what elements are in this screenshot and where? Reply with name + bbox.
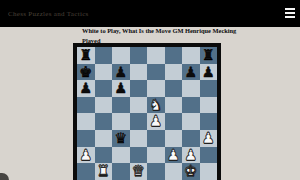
square-e5: ♞ — [147, 97, 165, 114]
black-pawn-c7: ♟ — [114, 64, 127, 81]
white-rook-b1: ♜ — [97, 163, 110, 180]
white-pawn-e4: ♟ — [149, 113, 162, 130]
square-h5 — [200, 97, 218, 114]
square-h4 — [200, 113, 218, 130]
square-h3: ♟ — [200, 130, 218, 147]
square-e7 — [147, 64, 165, 81]
square-g8 — [182, 47, 200, 64]
square-a6: ♟ — [77, 80, 95, 97]
hamburger-menu-icon[interactable] — [285, 8, 296, 18]
black-queen-c3: ♛ — [114, 130, 127, 147]
square-c1 — [112, 163, 130, 180]
square-d5 — [130, 97, 148, 114]
square-c7: ♟ — [112, 64, 130, 81]
square-a8: ♜ — [77, 47, 95, 64]
square-d8 — [130, 47, 148, 64]
square-d2 — [130, 147, 148, 164]
square-f6 — [165, 80, 183, 97]
white-pawn-g2: ♟ — [184, 147, 197, 164]
black-pawn-h7: ♟ — [202, 64, 215, 81]
square-d3 — [130, 130, 148, 147]
square-b8 — [95, 47, 113, 64]
square-b1: ♜ — [95, 163, 113, 180]
white-pawn-a2: ♟ — [79, 147, 92, 164]
square-h6 — [200, 80, 218, 97]
black-rook-a8: ♜ — [79, 47, 92, 64]
square-g6 — [182, 80, 200, 97]
square-d6 — [130, 80, 148, 97]
square-a5 — [77, 97, 95, 114]
square-g5 — [182, 97, 200, 114]
square-c3: ♛ — [112, 130, 130, 147]
white-queen-d1: ♛ — [132, 163, 145, 180]
square-a1 — [77, 163, 95, 180]
square-e3 — [147, 130, 165, 147]
square-e2 — [147, 147, 165, 164]
square-g1: ♚ — [182, 163, 200, 180]
square-h7: ♟ — [200, 64, 218, 81]
black-pawn-g7: ♟ — [184, 64, 197, 81]
square-c8 — [112, 47, 130, 64]
chess-board: ♜♜♚♟♟♟♟♟♞♟♛♟♟♟♟♜♛♚ — [77, 47, 217, 180]
square-g2: ♟ — [182, 147, 200, 164]
black-pawn-a6: ♟ — [79, 80, 92, 97]
white-king-g1: ♚ — [184, 163, 197, 180]
black-rook-h8: ♜ — [202, 47, 215, 64]
square-h8: ♜ — [200, 47, 218, 64]
square-b3 — [95, 130, 113, 147]
square-d7 — [130, 64, 148, 81]
hamburger-bar — [285, 16, 295, 18]
square-f2: ♟ — [165, 147, 183, 164]
square-h2 — [200, 147, 218, 164]
square-g3 — [182, 130, 200, 147]
square-h1 — [200, 163, 218, 180]
white-knight-e5: ♞ — [149, 97, 162, 114]
square-a7: ♚ — [77, 64, 95, 81]
square-g4 — [182, 113, 200, 130]
square-c4 — [112, 113, 130, 130]
square-f5 — [165, 97, 183, 114]
square-d4 — [130, 113, 148, 130]
square-e6 — [147, 80, 165, 97]
square-e4: ♟ — [147, 113, 165, 130]
site-title-link[interactable]: Chess Puzzles and Tactics — [8, 10, 89, 18]
square-f3 — [165, 130, 183, 147]
page-corner-artifact — [0, 173, 9, 180]
chess-board-frame: ♜♜♚♟♟♟♟♟♞♟♛♟♟♟♟♜♛♚ — [73, 43, 221, 180]
square-b5 — [95, 97, 113, 114]
white-pawn-h3: ♟ — [202, 130, 215, 147]
square-a3 — [77, 130, 95, 147]
square-b2 — [95, 147, 113, 164]
square-g7: ♟ — [182, 64, 200, 81]
square-c5 — [112, 97, 130, 114]
square-e8 — [147, 47, 165, 64]
square-a4 — [77, 113, 95, 130]
square-c6: ♟ — [112, 80, 130, 97]
square-b4 — [95, 113, 113, 130]
square-f4 — [165, 113, 183, 130]
white-pawn-f2: ♟ — [167, 147, 180, 164]
hamburger-bar — [285, 8, 295, 10]
square-f1 — [165, 163, 183, 180]
square-a2: ♟ — [77, 147, 95, 164]
square-c2 — [112, 147, 130, 164]
square-b6 — [95, 80, 113, 97]
square-e1 — [147, 163, 165, 180]
square-b7 — [95, 64, 113, 81]
square-d1: ♛ — [130, 163, 148, 180]
hamburger-bar — [285, 12, 295, 14]
black-pawn-c6: ♟ — [114, 80, 127, 97]
square-f8 — [165, 47, 183, 64]
black-king-a7: ♚ — [79, 64, 92, 81]
header-bar: Chess Puzzles and Tactics — [0, 0, 300, 27]
square-f7 — [165, 64, 183, 81]
